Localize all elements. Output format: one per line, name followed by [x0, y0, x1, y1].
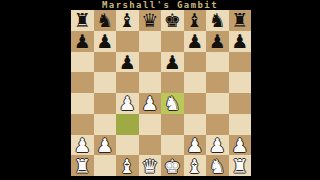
square-f2[interactable]: ♟: [184, 135, 207, 156]
square-e1[interactable]: ♚: [161, 155, 184, 176]
square-d3[interactable]: [139, 114, 162, 135]
square-a6[interactable]: [71, 52, 94, 73]
square-c2[interactable]: [116, 135, 139, 156]
piece-black-pawn[interactable]: ♟: [119, 52, 136, 72]
piece-black-queen[interactable]: ♛: [141, 10, 158, 30]
piece-black-pawn[interactable]: ♟: [164, 52, 181, 72]
piece-white-knight[interactable]: ♞: [164, 93, 181, 113]
square-b1[interactable]: [94, 155, 117, 176]
square-f7[interactable]: ♟: [184, 31, 207, 52]
square-g1[interactable]: ♞: [206, 155, 229, 176]
square-d4[interactable]: ♟: [139, 93, 162, 114]
square-e4[interactable]: ♞: [161, 93, 184, 114]
square-d7[interactable]: [139, 31, 162, 52]
square-e5[interactable]: [161, 72, 184, 93]
page-title: Marshall's Gambit: [102, 0, 218, 10]
square-h7[interactable]: ♟: [229, 31, 252, 52]
square-b6[interactable]: [94, 52, 117, 73]
piece-black-king[interactable]: ♚: [164, 10, 181, 30]
piece-black-rook[interactable]: ♜: [231, 10, 248, 30]
square-b4[interactable]: [94, 93, 117, 114]
square-d6[interactable]: [139, 52, 162, 73]
piece-black-bishop[interactable]: ♝: [119, 10, 136, 30]
piece-black-pawn[interactable]: ♟: [231, 31, 248, 51]
square-g4[interactable]: [206, 93, 229, 114]
square-h8[interactable]: ♜: [229, 10, 252, 31]
title-bar: Marshall's Gambit: [0, 0, 320, 10]
square-e7[interactable]: [161, 31, 184, 52]
square-h2[interactable]: ♟: [229, 135, 252, 156]
square-f3[interactable]: [184, 114, 207, 135]
square-f4[interactable]: [184, 93, 207, 114]
piece-black-rook[interactable]: ♜: [74, 10, 91, 30]
square-d5[interactable]: [139, 72, 162, 93]
square-a7[interactable]: ♟: [71, 31, 94, 52]
piece-white-bishop[interactable]: ♝: [119, 156, 136, 176]
square-c3[interactable]: [116, 114, 139, 135]
app-window: Marshall's Gambit ♜♞♝♛♚♝♞♜♟♟♟♟♟♟♟♟♟♞♟♟♟♟…: [0, 0, 320, 180]
square-f6[interactable]: [184, 52, 207, 73]
square-g3[interactable]: [206, 114, 229, 135]
square-c7[interactable]: [116, 31, 139, 52]
piece-white-pawn[interactable]: ♟: [231, 135, 248, 155]
square-e8[interactable]: ♚: [161, 10, 184, 31]
piece-black-bishop[interactable]: ♝: [186, 10, 203, 30]
square-b7[interactable]: ♟: [94, 31, 117, 52]
square-b5[interactable]: [94, 72, 117, 93]
square-b8[interactable]: ♞: [94, 10, 117, 31]
piece-white-pawn[interactable]: ♟: [74, 135, 91, 155]
square-h6[interactable]: [229, 52, 252, 73]
square-c8[interactable]: ♝: [116, 10, 139, 31]
square-f1[interactable]: ♝: [184, 155, 207, 176]
piece-white-pawn[interactable]: ♟: [119, 93, 136, 113]
piece-white-pawn[interactable]: ♟: [209, 135, 226, 155]
square-d1[interactable]: ♛: [139, 155, 162, 176]
piece-black-knight[interactable]: ♞: [96, 10, 113, 30]
piece-white-king[interactable]: ♚: [164, 156, 181, 176]
square-f5[interactable]: [184, 72, 207, 93]
piece-white-knight[interactable]: ♞: [209, 156, 226, 176]
square-e6[interactable]: ♟: [161, 52, 184, 73]
square-c6[interactable]: ♟: [116, 52, 139, 73]
piece-white-pawn[interactable]: ♟: [96, 135, 113, 155]
square-e2[interactable]: [161, 135, 184, 156]
square-a1[interactable]: ♜: [71, 155, 94, 176]
square-e3[interactable]: [161, 114, 184, 135]
chess-board: ♜♞♝♛♚♝♞♜♟♟♟♟♟♟♟♟♟♞♟♟♟♟♟♜♝♛♚♝♞♜: [71, 10, 251, 176]
square-g6[interactable]: [206, 52, 229, 73]
square-c4[interactable]: ♟: [116, 93, 139, 114]
piece-white-queen[interactable]: ♛: [141, 156, 158, 176]
piece-white-bishop[interactable]: ♝: [186, 156, 203, 176]
square-c1[interactable]: ♝: [116, 155, 139, 176]
piece-black-pawn[interactable]: ♟: [186, 31, 203, 51]
square-c5[interactable]: [116, 72, 139, 93]
piece-black-pawn[interactable]: ♟: [74, 31, 91, 51]
square-g5[interactable]: [206, 72, 229, 93]
square-a4[interactable]: [71, 93, 94, 114]
square-h5[interactable]: [229, 72, 252, 93]
square-d2[interactable]: [139, 135, 162, 156]
square-f8[interactable]: ♝: [184, 10, 207, 31]
piece-white-rook[interactable]: ♜: [231, 156, 248, 176]
square-g7[interactable]: ♟: [206, 31, 229, 52]
square-h3[interactable]: [229, 114, 252, 135]
square-d8[interactable]: ♛: [139, 10, 162, 31]
square-h1[interactable]: ♜: [229, 155, 252, 176]
square-g8[interactable]: ♞: [206, 10, 229, 31]
square-a8[interactable]: ♜: [71, 10, 94, 31]
square-h4[interactable]: [229, 93, 252, 114]
square-a3[interactable]: [71, 114, 94, 135]
piece-black-pawn[interactable]: ♟: [96, 31, 113, 51]
square-g2[interactable]: ♟: [206, 135, 229, 156]
piece-white-pawn[interactable]: ♟: [186, 135, 203, 155]
square-b2[interactable]: ♟: [94, 135, 117, 156]
square-b3[interactable]: [94, 114, 117, 135]
square-a2[interactable]: ♟: [71, 135, 94, 156]
piece-black-knight[interactable]: ♞: [209, 10, 226, 30]
square-a5[interactable]: [71, 72, 94, 93]
piece-white-rook[interactable]: ♜: [74, 156, 91, 176]
piece-white-pawn[interactable]: ♟: [141, 93, 158, 113]
piece-black-pawn[interactable]: ♟: [209, 31, 226, 51]
